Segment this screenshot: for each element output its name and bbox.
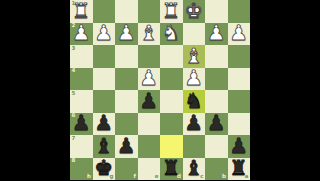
square-e8[interactable]: e (138, 158, 161, 181)
letterbox-right (250, 0, 320, 180)
file-label-f: f (134, 174, 136, 180)
white-knight-d2[interactable]: ♞ (162, 23, 181, 44)
square-a5[interactable] (228, 90, 251, 113)
square-e6[interactable] (138, 113, 161, 136)
chess-board: ♜1♜♚♟2♟♟♝♞♟♟3♝4♟♟5♟♞♟6♟♟♟7♝♟♟8h♚gfe♜d♝cb… (70, 0, 250, 180)
square-a4[interactable] (228, 68, 251, 91)
square-h7[interactable]: 7 (70, 135, 93, 158)
square-d3[interactable] (160, 45, 183, 68)
square-h8[interactable]: 8h (70, 158, 93, 181)
file-label-d: d (177, 174, 181, 180)
square-b4[interactable] (205, 68, 228, 91)
rank-label-4: 4 (72, 68, 76, 74)
rank-label-7: 7 (72, 136, 76, 142)
square-f8[interactable]: f (115, 158, 138, 181)
letterbox-left (0, 0, 70, 180)
file-label-c: c (200, 174, 203, 180)
square-f2[interactable]: ♟ (115, 23, 138, 46)
square-c2[interactable] (183, 23, 206, 46)
square-h4[interactable]: 4 (70, 68, 93, 91)
square-b6[interactable]: ♟ (205, 113, 228, 136)
square-h6[interactable]: ♟6 (70, 113, 93, 136)
black-bishop-g7[interactable]: ♝ (94, 135, 113, 156)
square-b7[interactable] (205, 135, 228, 158)
square-g5[interactable] (93, 90, 116, 113)
square-b3[interactable] (205, 45, 228, 68)
black-knight-c5[interactable]: ♞ (184, 90, 203, 111)
square-a3[interactable] (228, 45, 251, 68)
black-pawn-a7[interactable]: ♟ (229, 135, 248, 156)
square-c5-last-move-to-highlight[interactable]: ♞ (183, 90, 206, 113)
square-g6[interactable]: ♟ (93, 113, 116, 136)
square-g1[interactable] (93, 0, 116, 23)
square-e4[interactable]: ♟ (138, 68, 161, 91)
square-a1[interactable] (228, 0, 251, 23)
white-pawn-a2[interactable]: ♟ (229, 23, 248, 44)
file-label-g: g (110, 174, 114, 180)
black-pawn-c6[interactable]: ♟ (184, 113, 203, 134)
square-h5[interactable]: 5 (70, 90, 93, 113)
square-h3[interactable]: 3 (70, 45, 93, 68)
square-a8[interactable]: ♜a (228, 158, 251, 181)
square-a7[interactable]: ♟ (228, 135, 251, 158)
square-f6[interactable] (115, 113, 138, 136)
square-b5[interactable] (205, 90, 228, 113)
square-g4[interactable] (93, 68, 116, 91)
white-rook-d1[interactable]: ♜ (162, 0, 181, 21)
rank-label-8: 8 (72, 158, 76, 164)
square-h2[interactable]: ♟2 (70, 23, 93, 46)
black-pawn-e5[interactable]: ♟ (139, 90, 158, 111)
square-b2[interactable]: ♟ (205, 23, 228, 46)
file-label-h: h (87, 174, 91, 180)
black-pawn-f7[interactable]: ♟ (117, 135, 136, 156)
white-king-c1[interactable]: ♚ (184, 0, 203, 21)
white-pawn-f2[interactable]: ♟ (117, 23, 136, 44)
square-d2[interactable]: ♞ (160, 23, 183, 46)
rank-label-1: 1 (72, 1, 76, 7)
square-g2[interactable]: ♟ (93, 23, 116, 46)
square-d7-last-move-from-highlight[interactable] (160, 135, 183, 158)
file-label-e: e (155, 174, 159, 180)
square-a6[interactable] (228, 113, 251, 136)
square-g8[interactable]: ♚g (93, 158, 116, 181)
square-d4[interactable] (160, 68, 183, 91)
white-bishop-e2[interactable]: ♝ (139, 23, 158, 44)
square-g7[interactable]: ♝ (93, 135, 116, 158)
square-f7[interactable]: ♟ (115, 135, 138, 158)
rank-label-2: 2 (72, 23, 76, 29)
file-label-b: b (222, 174, 226, 180)
rank-label-6: 6 (72, 113, 76, 119)
square-f5[interactable] (115, 90, 138, 113)
square-h1[interactable]: ♜1 (70, 0, 93, 23)
square-e5[interactable]: ♟ (138, 90, 161, 113)
square-e2[interactable]: ♝ (138, 23, 161, 46)
square-c6[interactable]: ♟ (183, 113, 206, 136)
white-pawn-e4[interactable]: ♟ (139, 68, 158, 89)
square-c4[interactable]: ♟ (183, 68, 206, 91)
rank-label-5: 5 (72, 91, 76, 97)
square-d8[interactable]: ♜d (160, 158, 183, 181)
file-label-a: a (245, 174, 249, 180)
square-f1[interactable] (115, 0, 138, 23)
square-d5[interactable] (160, 90, 183, 113)
black-pawn-g6[interactable]: ♟ (94, 113, 113, 134)
square-g3[interactable] (93, 45, 116, 68)
square-e7[interactable] (138, 135, 161, 158)
square-f4[interactable] (115, 68, 138, 91)
square-b8[interactable]: b (205, 158, 228, 181)
square-c1[interactable]: ♚ (183, 0, 206, 23)
square-d1[interactable]: ♜ (160, 0, 183, 23)
white-pawn-c4[interactable]: ♟ (184, 68, 203, 89)
square-c8[interactable]: ♝c (183, 158, 206, 181)
black-pawn-b6[interactable]: ♟ (207, 113, 226, 134)
white-pawn-b2[interactable]: ♟ (207, 23, 226, 44)
square-e1[interactable] (138, 0, 161, 23)
square-f3[interactable] (115, 45, 138, 68)
square-d6[interactable] (160, 113, 183, 136)
square-c7[interactable] (183, 135, 206, 158)
white-pawn-g2[interactable]: ♟ (94, 23, 113, 44)
square-c3-selected-highlight[interactable]: ♝ (183, 45, 206, 68)
square-b1[interactable] (205, 0, 228, 23)
rank-label-3: 3 (72, 46, 76, 52)
white-bishop-c3[interactable]: ♝ (184, 45, 203, 66)
square-e3[interactable] (138, 45, 161, 68)
square-a2[interactable]: ♟ (228, 23, 251, 46)
